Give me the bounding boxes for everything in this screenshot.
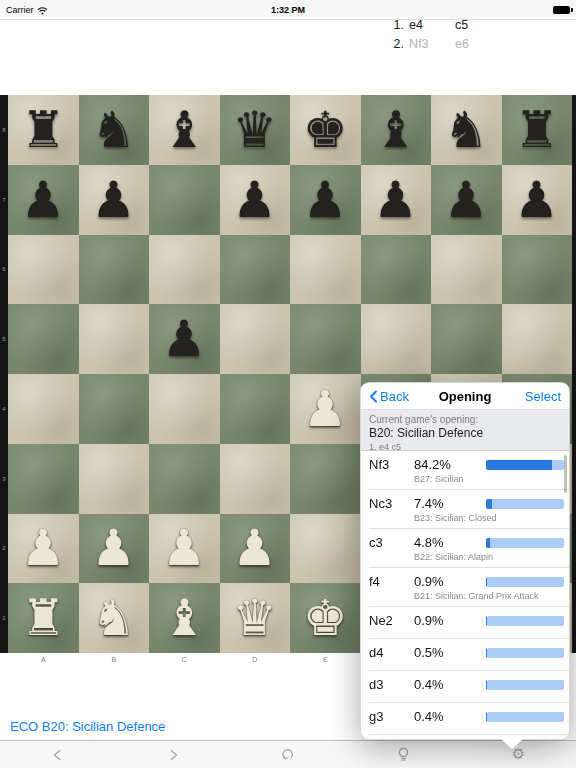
square-c1[interactable]: ♝ bbox=[149, 583, 220, 653]
rank-label: 5 bbox=[0, 304, 8, 374]
rank-label: 6 bbox=[0, 235, 8, 305]
piece-black-pawn[interactable]: ♟ bbox=[162, 314, 207, 364]
piece-white-queen[interactable]: ♛ bbox=[232, 593, 277, 643]
square-b2[interactable]: ♟ bbox=[79, 514, 150, 584]
candidate-move: d4 bbox=[369, 645, 383, 660]
popularity-bar bbox=[486, 577, 564, 587]
square-a1[interactable]: ♜ bbox=[8, 583, 79, 653]
square-d1[interactable]: ♛ bbox=[220, 583, 291, 653]
move-percentage: 0.4% bbox=[414, 709, 444, 724]
curved-arrow-icon bbox=[280, 747, 296, 763]
popover-header: Back Opening Select bbox=[361, 383, 569, 409]
square-d3[interactable] bbox=[220, 444, 291, 514]
square-d4[interactable] bbox=[220, 374, 291, 444]
move-percentage: 0.5% bbox=[414, 645, 444, 660]
square-e3[interactable] bbox=[290, 444, 361, 514]
piece-white-pawn[interactable]: ♟ bbox=[91, 523, 136, 573]
opening-move-row[interactable]: b30.3% bbox=[369, 734, 569, 740]
rank-label: 3 bbox=[0, 444, 8, 514]
move-eco-name: B23: Sicilian: Closed bbox=[414, 513, 497, 523]
rank-label: 4 bbox=[0, 374, 8, 444]
opening-move-row[interactable]: Ne20.9% bbox=[369, 606, 569, 638]
candidate-move: d3 bbox=[369, 677, 383, 692]
file-label: D bbox=[220, 653, 291, 666]
square-e7[interactable]: ♟ bbox=[290, 165, 361, 235]
popularity-bar-fill bbox=[486, 577, 487, 587]
piece-black-rook[interactable]: ♜ bbox=[21, 105, 66, 155]
opening-move-row[interactable]: f40.9%B21: Sicilian: Grand Prix Attack bbox=[369, 567, 569, 606]
move-eco-name: B27: Sicilian bbox=[414, 474, 464, 484]
square-e8[interactable]: ♚ bbox=[290, 95, 361, 165]
move-black: c5 bbox=[455, 18, 495, 32]
square-c4[interactable] bbox=[149, 374, 220, 444]
move-percentage: 7.4% bbox=[414, 496, 444, 511]
piece-black-knight[interactable]: ♞ bbox=[444, 105, 489, 155]
square-e4[interactable]: ♟ bbox=[290, 374, 361, 444]
candidate-move: Ne2 bbox=[369, 613, 393, 628]
select-button[interactable]: Select bbox=[525, 389, 561, 404]
move-list-row[interactable]: 1.e4c5 bbox=[388, 15, 518, 34]
square-d6[interactable] bbox=[220, 235, 291, 305]
candidate-move: Nc3 bbox=[369, 496, 392, 511]
piece-black-pawn[interactable]: ♟ bbox=[91, 175, 136, 225]
square-a8[interactable]: ♜ bbox=[8, 95, 79, 165]
piece-black-pawn[interactable]: ♟ bbox=[303, 175, 348, 225]
back-button[interactable]: Back bbox=[369, 389, 409, 404]
square-f5[interactable] bbox=[361, 304, 432, 374]
piece-black-rook[interactable]: ♜ bbox=[514, 105, 559, 155]
square-h5[interactable] bbox=[502, 304, 573, 374]
move-percentage: 0.9% bbox=[414, 613, 444, 628]
file-label: A bbox=[8, 653, 79, 666]
square-e1[interactable]: ♚ bbox=[290, 583, 361, 653]
square-a5[interactable] bbox=[8, 304, 79, 374]
chevron-left-icon bbox=[50, 747, 66, 763]
move-percentage: 84.2% bbox=[414, 457, 451, 472]
square-b8[interactable]: ♞ bbox=[79, 95, 150, 165]
piece-white-bishop[interactable]: ♝ bbox=[162, 593, 207, 643]
file-label: C bbox=[149, 653, 220, 666]
square-d8[interactable]: ♛ bbox=[220, 95, 291, 165]
square-e2[interactable] bbox=[290, 514, 361, 584]
popularity-bar bbox=[486, 712, 564, 722]
square-f7[interactable]: ♟ bbox=[361, 165, 432, 235]
file-label: E bbox=[290, 653, 361, 666]
chevron-right-icon bbox=[165, 747, 181, 763]
opening-move-row[interactable]: d40.5% bbox=[369, 638, 569, 670]
popover-arrow bbox=[501, 739, 523, 749]
rank-label: 8 bbox=[0, 95, 8, 165]
popularity-bar bbox=[486, 648, 564, 658]
battery-icon bbox=[553, 6, 570, 14]
move-percentage: 4.8% bbox=[414, 535, 444, 550]
piece-black-pawn[interactable]: ♟ bbox=[514, 175, 559, 225]
piece-white-pawn[interactable]: ♟ bbox=[162, 523, 207, 573]
square-a2[interactable]: ♟ bbox=[8, 514, 79, 584]
piece-white-pawn[interactable]: ♟ bbox=[21, 523, 66, 573]
square-g8[interactable]: ♞ bbox=[431, 95, 502, 165]
square-h6[interactable] bbox=[502, 235, 573, 305]
popularity-bar-fill bbox=[486, 499, 492, 509]
square-c3[interactable] bbox=[149, 444, 220, 514]
rank-label: 7 bbox=[0, 165, 8, 235]
square-d2[interactable]: ♟ bbox=[220, 514, 291, 584]
piece-white-king[interactable]: ♚ bbox=[303, 593, 348, 643]
move-white: Nf3 bbox=[409, 37, 455, 51]
square-d7[interactable]: ♟ bbox=[220, 165, 291, 235]
square-b3[interactable] bbox=[79, 444, 150, 514]
candidate-move: c3 bbox=[369, 535, 383, 550]
move-percentage: 0.9% bbox=[414, 574, 444, 589]
eco-opening-label[interactable]: ECO B20: Sicilian Defence bbox=[10, 719, 165, 734]
opening-info-caption: Current game's opening: bbox=[369, 414, 561, 425]
popularity-bar-fill bbox=[486, 538, 490, 548]
popularity-bar-fill bbox=[486, 616, 487, 626]
square-b7[interactable]: ♟ bbox=[79, 165, 150, 235]
square-g5[interactable] bbox=[431, 304, 502, 374]
opening-popover: Back Opening Select Current game's openi… bbox=[360, 382, 570, 750]
rank-label: 2 bbox=[0, 514, 8, 584]
move-eco-name: B21: Sicilian: Grand Prix Attack bbox=[414, 591, 539, 601]
piece-white-pawn[interactable]: ♟ bbox=[232, 523, 277, 573]
piece-black-pawn[interactable]: ♟ bbox=[444, 175, 489, 225]
square-b5[interactable] bbox=[79, 304, 150, 374]
square-c2[interactable]: ♟ bbox=[149, 514, 220, 584]
square-h7[interactable]: ♟ bbox=[502, 165, 573, 235]
square-a6[interactable] bbox=[8, 235, 79, 305]
opening-move-row[interactable]: Nc37.4%B23: Sicilian: Closed bbox=[369, 489, 569, 528]
file-label: B bbox=[79, 653, 150, 666]
piece-black-knight[interactable]: ♞ bbox=[91, 105, 136, 155]
square-c5[interactable]: ♟ bbox=[149, 304, 220, 374]
square-e6[interactable] bbox=[290, 235, 361, 305]
current-opening-info: Current game's opening: B20: Sicilian De… bbox=[361, 409, 569, 451]
move-eco-name: B22: Sicilian: Alapin bbox=[414, 552, 493, 562]
popularity-bar bbox=[486, 538, 564, 548]
piece-black-queen[interactable]: ♛ bbox=[232, 105, 277, 155]
square-d5[interactable] bbox=[220, 304, 291, 374]
opening-move-list: Nf384.2%B27: SicilianNc37.4%B23: Sicilia… bbox=[361, 451, 569, 740]
opening-move-row[interactable]: c34.8%B22: Sicilian: Alapin bbox=[369, 528, 569, 567]
piece-black-pawn[interactable]: ♟ bbox=[232, 175, 277, 225]
move-percentage: 0.4% bbox=[414, 677, 444, 692]
play-move-button[interactable] bbox=[230, 741, 345, 768]
rank-labels: 87654321 bbox=[0, 95, 8, 653]
move-black: e6 bbox=[455, 37, 495, 51]
rank-label: 1 bbox=[0, 583, 8, 653]
square-h8[interactable]: ♜ bbox=[502, 95, 573, 165]
candidate-move: Nf3 bbox=[369, 457, 389, 472]
piece-white-pawn[interactable]: ♟ bbox=[303, 384, 348, 434]
square-a7[interactable]: ♟ bbox=[8, 165, 79, 235]
square-e5[interactable] bbox=[290, 304, 361, 374]
square-b1[interactable]: ♞ bbox=[79, 583, 150, 653]
opening-move-row[interactable]: g30.4% bbox=[369, 702, 569, 734]
opening-move-row[interactable]: Nf384.2%B27: Sicilian bbox=[369, 451, 569, 489]
back-button-label: Back bbox=[380, 389, 409, 404]
piece-white-rook[interactable]: ♜ bbox=[21, 593, 66, 643]
opening-move-row[interactable]: d30.4% bbox=[369, 670, 569, 702]
square-c6[interactable] bbox=[149, 235, 220, 305]
piece-white-knight[interactable]: ♞ bbox=[91, 593, 136, 643]
square-g7[interactable]: ♟ bbox=[431, 165, 502, 235]
square-a3[interactable] bbox=[8, 444, 79, 514]
forward-move-button[interactable] bbox=[115, 741, 230, 768]
square-f8[interactable]: ♝ bbox=[361, 95, 432, 165]
square-b6[interactable] bbox=[79, 235, 150, 305]
popularity-bar bbox=[486, 499, 564, 509]
square-c8[interactable]: ♝ bbox=[149, 95, 220, 165]
move-white: e4 bbox=[409, 18, 455, 32]
move-list-row[interactable]: 2.Nf3e6 bbox=[388, 34, 518, 53]
move-list[interactable]: 1.e4c52.Nf3e6 bbox=[388, 15, 518, 53]
move-num: 2. bbox=[388, 37, 404, 51]
piece-black-pawn[interactable]: ♟ bbox=[373, 175, 418, 225]
move-num: 1. bbox=[388, 18, 404, 32]
candidate-move: f4 bbox=[369, 574, 380, 589]
piece-black-king[interactable]: ♚ bbox=[303, 105, 348, 155]
scrollbar[interactable] bbox=[564, 455, 567, 493]
popularity-bar-fill bbox=[486, 460, 552, 470]
square-g6[interactable] bbox=[431, 235, 502, 305]
chevron-left-icon bbox=[369, 390, 378, 403]
square-b4[interactable] bbox=[79, 374, 150, 444]
back-move-button[interactable] bbox=[0, 741, 115, 768]
opening-info-name: B20: Sicilian Defence bbox=[369, 426, 561, 440]
popularity-bar bbox=[486, 460, 564, 470]
square-c7[interactable] bbox=[149, 165, 220, 235]
piece-black-bishop[interactable]: ♝ bbox=[162, 105, 207, 155]
popularity-bar bbox=[486, 680, 564, 690]
square-f6[interactable] bbox=[361, 235, 432, 305]
popularity-bar bbox=[486, 616, 564, 626]
candidate-move: g3 bbox=[369, 709, 383, 724]
piece-black-pawn[interactable]: ♟ bbox=[21, 175, 66, 225]
piece-black-bishop[interactable]: ♝ bbox=[373, 105, 418, 155]
square-a4[interactable] bbox=[8, 374, 79, 444]
